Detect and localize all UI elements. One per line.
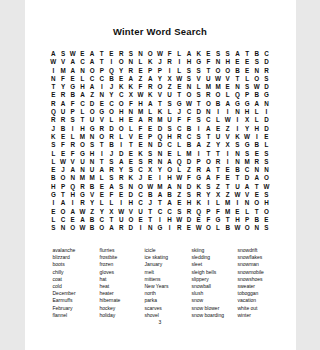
grid-cell: T xyxy=(78,116,88,124)
grid-cell: N xyxy=(145,141,155,149)
grid-cell: S xyxy=(262,224,272,232)
grid-cell: T xyxy=(97,58,107,66)
grid-cell: G xyxy=(155,224,165,232)
grid-cell: F xyxy=(204,58,214,66)
grid-cell: B xyxy=(58,125,68,133)
grid-cell: N xyxy=(155,158,165,166)
grid-cell: T xyxy=(97,50,107,58)
grid-cell: H xyxy=(184,199,194,207)
grid-cell: H xyxy=(223,58,233,66)
grid-cell: I xyxy=(116,141,126,149)
grid-cell: T xyxy=(223,183,233,191)
grid-cell: L xyxy=(107,116,117,124)
grid-cell: F xyxy=(204,216,214,224)
word-list-item: January xyxy=(145,261,192,268)
grid-cell: H xyxy=(184,58,194,66)
grid-cell: L xyxy=(97,174,107,182)
grid-cell: W xyxy=(213,75,223,83)
grid-cell: N xyxy=(252,67,262,75)
grid-cell: O xyxy=(213,67,223,75)
grid-cell: R xyxy=(49,116,59,124)
grid-cell: M xyxy=(223,199,233,207)
grid-cell: A xyxy=(87,58,97,66)
grid-cell: E xyxy=(58,150,68,158)
grid-cell: N xyxy=(204,108,214,116)
grid-cell: C xyxy=(58,216,68,224)
grid-cell: B xyxy=(252,216,262,224)
grid-cell: V xyxy=(126,208,136,216)
grid-cell: N xyxy=(242,199,252,207)
grid-cell: C xyxy=(242,166,252,174)
grid-cell: L xyxy=(107,199,117,207)
grid-cell: F xyxy=(107,191,117,199)
grid-cell: S xyxy=(145,150,155,158)
grid-cell: Z xyxy=(174,191,184,199)
grid-cell: E xyxy=(233,208,243,216)
grid-cell: A xyxy=(252,100,262,108)
grid-cell: K xyxy=(194,50,204,58)
grid-cell: R xyxy=(107,133,117,141)
grid-cell: I xyxy=(223,158,233,166)
grid-cell: C xyxy=(155,208,165,216)
grid-cell: W xyxy=(194,224,204,232)
grid-cell: K xyxy=(155,108,165,116)
grid-cell: R xyxy=(252,158,262,166)
grid-cell: J xyxy=(174,108,184,116)
grid-cell: A xyxy=(58,199,68,207)
grid-cell: G xyxy=(262,91,272,99)
grid-cell: U xyxy=(136,208,146,216)
grid-cell: E xyxy=(68,216,78,224)
word-list-item: shovel xyxy=(145,312,192,319)
grid-cell: R xyxy=(49,100,59,108)
grid-cell: N xyxy=(126,108,136,116)
grid-cell: V xyxy=(242,191,252,199)
grid-cell: R xyxy=(165,58,175,66)
grid-cell: A xyxy=(78,91,88,99)
grid-cell: I xyxy=(165,224,175,232)
grid-cell: V xyxy=(194,75,204,83)
grid-cell: X xyxy=(242,116,252,124)
grid-cell: O xyxy=(252,199,262,207)
grid-cell: V xyxy=(87,191,97,199)
grid-cell: M xyxy=(223,208,233,216)
grid-cell: D xyxy=(262,58,272,66)
grid-cell: L xyxy=(252,116,262,124)
grid-cell: N xyxy=(87,158,97,166)
word-list-column: icicleice skatingJanuarymeltmittensNew Y… xyxy=(145,247,192,319)
grid-cell: S xyxy=(194,133,204,141)
grid-cell: L xyxy=(126,125,136,133)
grid-cell: T xyxy=(194,100,204,108)
grid-cell: M xyxy=(78,133,88,141)
grid-cell: R xyxy=(107,166,117,174)
grid-cell: A xyxy=(242,183,252,191)
grid-cell: A xyxy=(252,174,262,182)
grid-cell: D xyxy=(262,116,272,124)
word-list-item: frozen xyxy=(100,261,145,268)
grid-cell: T xyxy=(97,158,107,166)
grid-cell: B xyxy=(223,224,233,232)
grid-cell: L xyxy=(213,224,223,232)
grid-cell: M xyxy=(213,83,223,91)
page-title: Winter Word Search xyxy=(25,26,296,37)
grid-cell: K xyxy=(194,199,204,207)
grid-cell: I xyxy=(155,174,165,182)
grid-cell: A xyxy=(68,58,78,66)
grid-cell: R xyxy=(194,166,204,174)
grid-cell: T xyxy=(155,100,165,108)
word-list-item: avalanche xyxy=(53,247,100,254)
grid-cell: N xyxy=(252,224,262,232)
grid-cell: T xyxy=(49,83,59,91)
grid-cell: Q xyxy=(155,133,165,141)
grid-cell: I xyxy=(165,67,175,75)
grid-cell: F xyxy=(165,50,175,58)
grid-cell: D xyxy=(184,216,194,224)
grid-cell: R xyxy=(68,141,78,149)
grid-cell: S xyxy=(87,141,97,149)
word-list-item: north xyxy=(145,290,192,297)
grid-cell: K xyxy=(126,174,136,182)
grid-cell: R xyxy=(184,208,194,216)
grid-cell: W xyxy=(136,91,146,99)
word-list-item: flurries xyxy=(100,247,145,254)
grid-cell: Q xyxy=(49,108,59,116)
grid-cell: B xyxy=(107,141,117,149)
grid-cell: R xyxy=(213,158,223,166)
grid-cell: O xyxy=(78,141,88,149)
grid-cell: S xyxy=(262,158,272,166)
grid-cell: S xyxy=(184,75,194,83)
grid-cell: F xyxy=(174,116,184,124)
word-list-item: holiday xyxy=(100,312,145,319)
grid-cell: Z xyxy=(204,141,214,149)
grid-cell: E xyxy=(136,216,146,224)
grid-cell: N xyxy=(49,75,59,83)
grid-cell: T xyxy=(252,183,262,191)
grid-cell: A xyxy=(107,224,117,232)
grid-cell: A xyxy=(87,50,97,58)
grid-cell: S xyxy=(68,116,78,124)
word-list-item: scarves xyxy=(145,305,192,312)
grid-cell: S xyxy=(165,125,175,133)
grid-cell: U xyxy=(78,158,88,166)
grid-cell: L xyxy=(174,150,184,158)
grid-cell: W xyxy=(262,183,272,191)
grid-cell: H xyxy=(126,199,136,207)
grid-cell: T xyxy=(126,141,136,149)
grid-cell: I xyxy=(97,150,107,158)
grid-cell: G xyxy=(87,125,97,133)
grid-cell: I xyxy=(116,199,126,207)
grid-cell: A xyxy=(165,183,175,191)
grid-cell: O xyxy=(204,100,214,108)
grid-cell: E xyxy=(126,158,136,166)
grid-cell: E xyxy=(223,166,233,174)
word-list-item: coat xyxy=(53,276,100,283)
word-list-item: snowdrift xyxy=(238,247,288,254)
word-list-item: white out xyxy=(238,305,288,312)
grid-cell: G xyxy=(242,100,252,108)
grid-cell: O xyxy=(97,224,107,232)
grid-cell: G xyxy=(49,191,59,199)
grid-cell: W xyxy=(116,208,126,216)
grid-cell: I xyxy=(49,67,59,75)
grid-cell: L xyxy=(97,199,107,207)
grid-cell: B xyxy=(233,166,243,174)
grid-cell: S xyxy=(165,100,175,108)
grid-cell: O xyxy=(242,224,252,232)
word-list-item: frostbite xyxy=(100,254,145,261)
word-list-column: avalancheblizzardbootschillycoatcoldDece… xyxy=(53,247,100,319)
grid-cell: I xyxy=(194,150,204,158)
grid-cell: R xyxy=(58,91,68,99)
grid-cell: N xyxy=(252,166,262,174)
grid-cell: G xyxy=(233,100,243,108)
grid-cell: H xyxy=(165,216,175,224)
word-list-item: blizzard xyxy=(53,254,100,261)
grid-cell: B xyxy=(213,100,223,108)
grid-cell: E xyxy=(97,183,107,191)
grid-cell: L xyxy=(194,83,204,91)
grid-cell: H xyxy=(242,108,252,116)
grid-cell: U xyxy=(165,116,175,124)
grid-cell: N xyxy=(68,174,78,182)
grid-cell: A xyxy=(204,125,214,133)
word-list-item: vacation xyxy=(238,297,288,304)
grid-cell: R xyxy=(194,191,204,199)
grid-cell: L xyxy=(49,150,59,158)
grid-cell: M xyxy=(78,174,88,182)
grid-cell: O xyxy=(204,158,214,166)
grid-cell: U xyxy=(58,108,68,116)
grid-cell: L xyxy=(252,108,262,116)
grid-cell: L xyxy=(174,141,184,149)
grid-cell: C xyxy=(204,116,214,124)
word-list-item: chilly xyxy=(53,269,100,276)
grid-cell: I xyxy=(155,216,165,224)
grid-cell: I xyxy=(174,58,184,66)
grid-cell: T xyxy=(233,75,243,83)
grid-cell: Y xyxy=(155,75,165,83)
grid-cell: F xyxy=(184,116,194,124)
grid-cell: I xyxy=(194,125,204,133)
grid-cell: K xyxy=(233,133,243,141)
grid-cell: A xyxy=(87,83,97,91)
grid-cell: E xyxy=(126,150,136,158)
grid-cell: G xyxy=(78,191,88,199)
grid-cell: R xyxy=(97,125,107,133)
grid-cell: E xyxy=(49,208,59,216)
grid-cell: W xyxy=(174,216,184,224)
grid-cell: N xyxy=(174,183,184,191)
grid-cell: A xyxy=(78,216,88,224)
grid-cell: N xyxy=(126,183,136,191)
grid-cell: S xyxy=(194,67,204,75)
grid-cell: T xyxy=(242,50,252,58)
grid-cell: E xyxy=(233,58,243,66)
grid-cell: E xyxy=(223,83,233,91)
grid-cell: P xyxy=(97,67,107,75)
grid-cell: K xyxy=(116,83,126,91)
grid-cell: H xyxy=(49,183,59,191)
grid-cell: A xyxy=(145,100,155,108)
grid-cell: S xyxy=(126,50,136,58)
grid-cell: F xyxy=(68,100,78,108)
grid-cell: C xyxy=(136,191,146,199)
grid-cell: P xyxy=(155,67,165,75)
grid-cell: C xyxy=(78,58,88,66)
grid-cell: B xyxy=(165,191,175,199)
grid-cell: C xyxy=(262,50,272,58)
grid-cell: A xyxy=(136,116,146,124)
grid-cell: L xyxy=(262,141,272,149)
grid-cell: C xyxy=(165,141,175,149)
grid-cell: S xyxy=(49,224,59,232)
grid-cell: V xyxy=(223,133,233,141)
grid-cell: F xyxy=(58,75,68,83)
grid-cell: E xyxy=(68,75,78,83)
word-list-item: snowman xyxy=(238,261,288,268)
grid-cell: E xyxy=(213,125,223,133)
word-list-column: skiingsleddingsleetsleigh bellsslipperys… xyxy=(192,247,238,319)
grid-cell: A xyxy=(165,199,175,207)
grid-cell: O xyxy=(262,208,272,216)
grid-cell: E xyxy=(145,174,155,182)
grid-cell: F xyxy=(126,100,136,108)
grid-cell: E xyxy=(184,224,194,232)
grid-cell: U xyxy=(204,75,214,83)
grid-cell: A xyxy=(68,166,78,174)
grid-cell: E xyxy=(136,133,146,141)
word-list-item: snow xyxy=(192,297,238,304)
grid-cell: M xyxy=(136,108,146,116)
grid-cell: F xyxy=(68,150,78,158)
grid-cell: P xyxy=(194,158,204,166)
grid-cell: A xyxy=(155,191,165,199)
grid-cell: P xyxy=(145,133,155,141)
grid-cell: M xyxy=(242,158,252,166)
grid-cell: A xyxy=(126,75,136,83)
grid-cell: N xyxy=(87,133,97,141)
grid-cell: S xyxy=(174,208,184,216)
grid-cell: O xyxy=(58,174,68,182)
word-list-item: February xyxy=(53,305,100,312)
grid-cell: I xyxy=(252,133,262,141)
grid-cell: S xyxy=(49,141,59,149)
grid-cell: X xyxy=(107,208,117,216)
grid-cell: A xyxy=(68,208,78,216)
grid-cell: R xyxy=(126,67,136,75)
grid-cell: A xyxy=(233,50,243,58)
word-list-item: mittens xyxy=(145,276,192,283)
word-list: avalancheblizzardbootschillycoatcoldDece… xyxy=(53,247,288,319)
grid-cell: I xyxy=(233,116,243,124)
grid-cell: M xyxy=(58,67,68,75)
grid-cell: I xyxy=(262,108,272,116)
grid-cell: O xyxy=(204,224,214,232)
grid-cell: P xyxy=(145,67,155,75)
grid-cell: E xyxy=(136,141,146,149)
grid-cell: G xyxy=(213,216,223,224)
grid-cell: Z xyxy=(87,91,97,99)
grid-cell: N xyxy=(233,150,243,158)
grid-cell: N xyxy=(145,224,155,232)
grid-cell: I xyxy=(223,108,233,116)
grid-cell: Q xyxy=(174,158,184,166)
grid-cell: E xyxy=(194,216,204,224)
grid-cell: T xyxy=(107,216,117,224)
grid-cell: Z xyxy=(223,125,233,133)
grid-cell: K xyxy=(145,91,155,99)
word-list-item: December xyxy=(53,290,100,297)
grid-cell: R xyxy=(78,199,88,207)
grid-cell: V xyxy=(155,91,165,99)
word-list-item: gloves xyxy=(100,269,145,276)
grid-cell: G xyxy=(68,83,78,91)
grid-cell: L xyxy=(165,108,175,116)
grid-cell: Z xyxy=(136,75,146,83)
grid-cell: E xyxy=(174,199,184,207)
grid-cell: C xyxy=(165,208,175,216)
grid-cell: Y xyxy=(107,91,117,99)
grid-cell: X xyxy=(213,191,223,199)
grid-cell: S xyxy=(262,75,272,83)
grid-cell: L xyxy=(68,133,78,141)
grid-cell: O xyxy=(223,67,233,75)
grid-cell: W xyxy=(252,83,262,91)
grid-cell: O xyxy=(107,108,117,116)
grid-cell: N xyxy=(262,100,272,108)
grid-cell: F xyxy=(136,125,146,133)
grid-cell: A xyxy=(194,141,204,149)
word-list-item: cold xyxy=(53,283,100,290)
grid-cell: H xyxy=(87,150,97,158)
grid-cell: J xyxy=(155,58,165,66)
grid-cell: K xyxy=(194,183,204,191)
grid-cell: Y xyxy=(116,166,126,174)
grid-cell: A xyxy=(97,166,107,174)
grid-cell: L xyxy=(242,208,252,216)
grid-cell: W xyxy=(223,116,233,124)
grid-cell: D xyxy=(262,83,272,91)
grid-cell: S xyxy=(126,166,136,174)
word-list-item: icicle xyxy=(145,247,192,254)
grid-cell: U xyxy=(213,133,223,141)
grid-cell: V xyxy=(58,58,68,66)
grid-cell: J xyxy=(145,199,155,207)
grid-cell: C xyxy=(136,199,146,207)
grid-cell: D xyxy=(87,100,97,108)
grid-cell: B xyxy=(68,91,78,99)
grid-cell: P xyxy=(68,108,78,116)
word-list-item: toboggan xyxy=(238,290,288,297)
grid-cell: I xyxy=(233,199,243,207)
grid-cell: N xyxy=(262,166,272,174)
grid-cell: N xyxy=(136,50,146,58)
grid-cell: I xyxy=(136,224,146,232)
grid-cell: R xyxy=(204,91,214,99)
grid-cell: E xyxy=(116,75,126,83)
grid-cell: X xyxy=(126,91,136,99)
grid-cell: K xyxy=(145,58,155,66)
grid-cell: A xyxy=(49,50,59,58)
grid-cell: K xyxy=(126,83,136,91)
grid-cell: Y xyxy=(213,141,223,149)
grid-cell: E xyxy=(136,67,146,75)
grid-cell: C xyxy=(87,75,97,83)
